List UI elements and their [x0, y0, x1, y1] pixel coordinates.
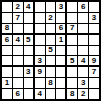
- sudoku-cell-r6-c8[interactable]: 4: [78, 56, 88, 66]
- sudoku-cell-r1-c8[interactable]: 6: [78, 2, 88, 12]
- sudoku-cell-r6-c9[interactable]: 9: [89, 56, 99, 66]
- sudoku-cell-r3-c3[interactable]: [24, 24, 34, 34]
- sudoku-cell-r5-c9[interactable]: [89, 46, 99, 56]
- sudoku-cell-r2-c8[interactable]: [78, 13, 88, 23]
- sudoku-cell-r2-c9[interactable]: 3: [89, 13, 99, 23]
- sudoku-cell-r9-c9[interactable]: [89, 89, 99, 99]
- sudoku-cell-r9-c8[interactable]: 2: [78, 89, 88, 99]
- sudoku-cell-r5-c4[interactable]: [35, 46, 45, 56]
- sudoku-cell-r4-c3[interactable]: 5: [24, 35, 34, 45]
- sudoku-cell-r5-c6[interactable]: [56, 46, 66, 56]
- sudoku-cell-r8-c6[interactable]: [56, 78, 66, 88]
- sudoku-cell-r2-c1[interactable]: [2, 13, 12, 23]
- sudoku-cell-r7-c5[interactable]: [46, 67, 56, 77]
- sudoku-cell-r2-c4[interactable]: [35, 13, 45, 23]
- sudoku-cell-r6-c1[interactable]: [2, 56, 12, 66]
- sudoku-cell-r2-c2[interactable]: 7: [13, 13, 23, 23]
- sudoku-cell-r8-c4[interactable]: [35, 78, 45, 88]
- sudoku-cell-r7-c2[interactable]: [13, 67, 23, 77]
- sudoku-cell-r5-c7[interactable]: [67, 46, 77, 56]
- sudoku-cell-r9-c3[interactable]: [24, 89, 34, 99]
- sudoku-cell-r4-c7[interactable]: [67, 35, 77, 45]
- sudoku-cell-r4-c8[interactable]: [78, 35, 88, 45]
- sudoku-cell-r8-c3[interactable]: [24, 78, 34, 88]
- sudoku-cell-r9-c7[interactable]: 8: [67, 89, 77, 99]
- sudoku-cell-r6-c5[interactable]: [46, 56, 56, 66]
- sudoku-cell-r9-c2[interactable]: 6: [13, 89, 23, 99]
- sudoku-cell-r7-c1[interactable]: [2, 67, 12, 77]
- sudoku-cell-r6-c6[interactable]: [56, 56, 66, 66]
- sudoku-cell-r8-c1[interactable]: 1: [2, 78, 12, 88]
- sudoku-cell-r9-c4[interactable]: 4: [35, 89, 45, 99]
- sudoku-cell-r4-c2[interactable]: 4: [13, 35, 23, 45]
- sudoku-cell-r5-c8[interactable]: [78, 46, 88, 56]
- sudoku-cell-r1-c2[interactable]: 2: [13, 2, 23, 12]
- sudoku-cell-r4-c5[interactable]: [46, 35, 56, 45]
- sudoku-cell-r8-c2[interactable]: [13, 78, 23, 88]
- sudoku-cell-r7-c4[interactable]: 9: [35, 67, 45, 77]
- sudoku-cell-r5-c5[interactable]: 5: [46, 46, 56, 56]
- sudoku-cell-r3-c1[interactable]: 8: [2, 24, 12, 34]
- sudoku-cell-r2-c6[interactable]: [56, 13, 66, 23]
- sudoku-cell-r8-c8[interactable]: 3: [78, 78, 88, 88]
- sudoku-cell-r7-c6[interactable]: [56, 67, 66, 77]
- sudoku-cell-r5-c2[interactable]: [13, 46, 23, 56]
- sudoku-cell-r1-c4[interactable]: [35, 2, 45, 12]
- sudoku-cell-r9-c1[interactable]: [2, 89, 12, 99]
- sudoku-cell-r1-c1[interactable]: [2, 2, 12, 12]
- sudoku-cell-r8-c9[interactable]: [89, 78, 99, 88]
- sudoku-cell-r3-c9[interactable]: [89, 24, 99, 34]
- sudoku-cell-r3-c6[interactable]: 6: [56, 24, 66, 34]
- sudoku-cell-r3-c8[interactable]: [78, 24, 88, 34]
- sudoku-cell-r3-c5[interactable]: [46, 24, 56, 34]
- sudoku-cell-r7-c9[interactable]: 7: [89, 67, 99, 77]
- sudoku-cell-r4-c1[interactable]: 6: [2, 35, 12, 45]
- sudoku-board: 24367238676451535493971836482: [0, 0, 101, 101]
- sudoku-cell-r3-c7[interactable]: 7: [67, 24, 77, 34]
- sudoku-cell-r4-c9[interactable]: [89, 35, 99, 45]
- sudoku-cell-r5-c1[interactable]: [2, 46, 12, 56]
- sudoku-cell-r6-c2[interactable]: [13, 56, 23, 66]
- sudoku-cell-r1-c9[interactable]: [89, 2, 99, 12]
- sudoku-cell-r3-c4[interactable]: [35, 24, 45, 34]
- sudoku-cell-r8-c7[interactable]: [67, 78, 77, 88]
- sudoku-cell-r4-c6[interactable]: 1: [56, 35, 66, 45]
- sudoku-cell-r8-c5[interactable]: 8: [46, 78, 56, 88]
- sudoku-cell-r2-c7[interactable]: [67, 13, 77, 23]
- sudoku-cell-r1-c7[interactable]: [67, 2, 77, 12]
- sudoku-cell-r6-c3[interactable]: [24, 56, 34, 66]
- sudoku-cell-r1-c6[interactable]: 3: [56, 2, 66, 12]
- sudoku-cell-r4-c4[interactable]: [35, 35, 45, 45]
- sudoku-cell-r9-c6[interactable]: [56, 89, 66, 99]
- sudoku-cell-r5-c3[interactable]: [24, 46, 34, 56]
- sudoku-cell-r7-c8[interactable]: [78, 67, 88, 77]
- sudoku-cell-r6-c7[interactable]: 5: [67, 56, 77, 66]
- sudoku-cell-r3-c2[interactable]: [13, 24, 23, 34]
- sudoku-cell-r2-c3[interactable]: [24, 13, 34, 23]
- sudoku-cell-r9-c5[interactable]: [46, 89, 56, 99]
- sudoku-cell-r7-c7[interactable]: [67, 67, 77, 77]
- sudoku-cell-r6-c4[interactable]: 3: [35, 56, 45, 66]
- sudoku-cell-r7-c3[interactable]: 3: [24, 67, 34, 77]
- sudoku-cell-r1-c3[interactable]: 4: [24, 2, 34, 12]
- sudoku-cell-r2-c5[interactable]: 2: [46, 13, 56, 23]
- sudoku-cell-r1-c5[interactable]: [46, 2, 56, 12]
